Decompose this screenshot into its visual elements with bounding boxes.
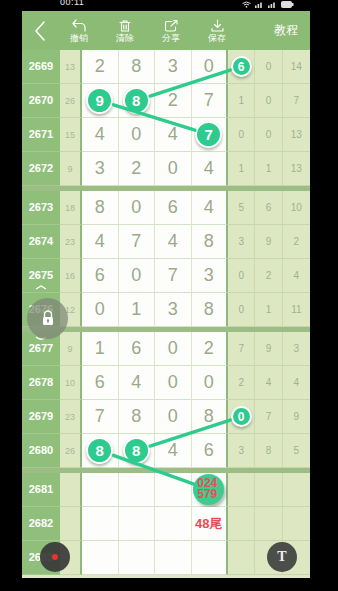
digit-cell[interactable]: 0: [119, 259, 156, 293]
stat-cell[interactable]: 4: [283, 259, 310, 293]
digit-cell[interactable]: 4: [155, 118, 192, 152]
stat-cell[interactable]: 10: [283, 191, 310, 225]
tutorial-button[interactable]: 教程: [274, 22, 298, 39]
circled-digit: 7: [195, 121, 222, 148]
circled-digit: 9: [86, 87, 113, 114]
digit-cell[interactable]: [119, 541, 156, 575]
save-button[interactable]: 保存: [194, 11, 240, 50]
digit-cell[interactable]: 2: [82, 50, 119, 84]
period-cell: 2670: [22, 84, 60, 118]
stat-cell[interactable]: 6: [255, 191, 282, 225]
circled-stat: 0: [231, 406, 252, 427]
stat-cell[interactable]: [228, 541, 255, 575]
battery-icon: [281, 1, 294, 8]
period-cell: 2675: [22, 259, 60, 293]
app-window: 撤销 清除 分享 保存 教程 2669132830601426702698271…: [22, 11, 310, 578]
digit-cell[interactable]: 0: [119, 191, 156, 225]
digit-cell[interactable]: [82, 507, 119, 541]
digit-cell[interactable]: 2: [119, 152, 156, 186]
grid-row: 2678106400244: [22, 366, 310, 400]
digit-cell[interactable]: 7: [192, 118, 229, 152]
stat-cell[interactable]: 11: [283, 293, 310, 327]
stat-cell[interactable]: 1: [255, 293, 282, 327]
status-icons: [242, 1, 294, 8]
stat-cell[interactable]: 9: [255, 332, 282, 366]
digit-cell[interactable]: 8: [192, 400, 229, 434]
undo-icon: [71, 19, 87, 33]
circled-stat: 6: [231, 56, 252, 77]
digit-cell[interactable]: 9: [82, 84, 119, 118]
stat-cell[interactable]: 4: [255, 366, 282, 400]
digit-cell[interactable]: 6: [192, 434, 229, 468]
share-button[interactable]: 分享: [148, 11, 194, 50]
digit-cell[interactable]: 0: [155, 400, 192, 434]
hits-cell: 15: [60, 118, 82, 152]
digit-cell[interactable]: 0: [119, 118, 156, 152]
stat-cell[interactable]: [228, 473, 255, 507]
phone-screen: 00:11 撤销 清除 分享: [0, 0, 338, 591]
digit-cell[interactable]: [155, 473, 192, 507]
digit-cell[interactable]: 0: [155, 332, 192, 366]
digit-cell[interactable]: 3: [82, 152, 119, 186]
stat-cell[interactable]: 0: [228, 259, 255, 293]
period-cell: 2671: [22, 118, 60, 152]
signal-icon: [268, 1, 277, 8]
digit-cell[interactable]: [155, 507, 192, 541]
stat-cell[interactable]: 5: [283, 434, 310, 468]
hits-cell: 23: [60, 225, 82, 259]
hits-cell: 16: [60, 259, 82, 293]
grid-row: 268248尾: [22, 507, 310, 541]
period-cell: 2669: [22, 50, 60, 84]
toolbar: 撤销 清除 分享 保存 教程: [22, 11, 310, 50]
hits-cell: [60, 473, 82, 507]
digit-cell[interactable]: 8: [82, 191, 119, 225]
text-tool-button[interactable]: T: [267, 542, 297, 572]
stat-cell[interactable]: 9: [283, 400, 310, 434]
digit-cell[interactable]: [119, 507, 156, 541]
save-label: 保存: [208, 34, 226, 43]
digit-cell[interactable]: 4: [119, 366, 156, 400]
digit-cell[interactable]: 8: [119, 84, 156, 118]
digit-cell[interactable]: 4: [82, 225, 119, 259]
stat-cell[interactable]: [255, 473, 282, 507]
share-icon: [164, 19, 179, 33]
digit-cell[interactable]: 3: [192, 259, 229, 293]
trash-icon: [118, 19, 132, 33]
stat-cell[interactable]: 7: [228, 332, 255, 366]
digit-cell[interactable]: 6: [155, 191, 192, 225]
stat-cell[interactable]: 5: [228, 191, 255, 225]
stat-cell[interactable]: 13: [283, 152, 310, 186]
stat-cell[interactable]: [283, 507, 310, 541]
grid-row: 26691328306014: [22, 50, 310, 84]
grid-row: 2672932041113: [22, 152, 310, 186]
digit-cell[interactable]: 6: [82, 366, 119, 400]
period-cell: 2673: [22, 191, 60, 225]
stat-cell[interactable]: 3: [228, 225, 255, 259]
stat-cell[interactable]: 1: [228, 152, 255, 186]
digit-cell[interactable]: 0: [155, 366, 192, 400]
digit-cell[interactable]: [155, 541, 192, 575]
digit-cell[interactable]: 6: [82, 259, 119, 293]
stat-cell[interactable]: 0: [255, 50, 282, 84]
stat-cell[interactable]: 2: [283, 225, 310, 259]
hits-cell: 26: [60, 434, 82, 468]
grid-row: 2681024579: [22, 473, 310, 507]
grid-row: 2670269827107: [22, 84, 310, 118]
status-time: 00:11: [60, 0, 84, 7]
digit-cell[interactable]: 8: [82, 434, 119, 468]
digit-cell[interactable]: 0: [82, 293, 119, 327]
period-cell: 2674: [22, 225, 60, 259]
stat-cell[interactable]: 0: [228, 293, 255, 327]
stat-cell[interactable]: 2: [255, 259, 282, 293]
hits-cell: 26: [60, 84, 82, 118]
stat-cell[interactable]: 14: [283, 50, 310, 84]
circled-digit: 8: [123, 87, 150, 114]
share-label: 分享: [162, 34, 180, 43]
hits-cell: [60, 507, 82, 541]
digit-cell[interactable]: 6: [119, 332, 156, 366]
period-cell: 2682: [22, 507, 60, 541]
digit-cell[interactable]: 7: [119, 225, 156, 259]
digit-cell[interactable]: 1: [82, 332, 119, 366]
stat-cell[interactable]: 3: [283, 332, 310, 366]
stat-cell[interactable]: 7: [255, 400, 282, 434]
period-cell: 2679: [22, 400, 60, 434]
period-cell: 2678: [22, 366, 60, 400]
stat-cell[interactable]: 8: [255, 434, 282, 468]
hits-cell: 10: [60, 366, 82, 400]
period-cell: 2680: [22, 434, 60, 468]
digit-cell[interactable]: 48尾: [192, 507, 229, 541]
hits-cell: 23: [60, 400, 82, 434]
circled-digit: 8: [123, 437, 150, 464]
stat-cell[interactable]: 6: [228, 50, 255, 84]
grid-row: 267791602793: [22, 332, 310, 366]
stat-cell[interactable]: 3: [228, 434, 255, 468]
digit-cell[interactable]: 0: [192, 366, 229, 400]
grid-row: 26731880645610: [22, 191, 310, 225]
digit-cell[interactable]: 2: [192, 332, 229, 366]
digit-cell[interactable]: 8: [192, 225, 229, 259]
lock-icon: [40, 310, 56, 327]
period-cell: 2672: [22, 152, 60, 186]
result-blob: 024579: [193, 474, 224, 505]
digit-cell[interactable]: 4: [192, 152, 229, 186]
digit-cell[interactable]: 7: [82, 400, 119, 434]
digit-cell[interactable]: [82, 541, 119, 575]
stat-cell[interactable]: 1: [228, 84, 255, 118]
record-dot-icon: [52, 554, 58, 560]
stat-cell[interactable]: 7: [283, 84, 310, 118]
digit-cell[interactable]: 3: [155, 50, 192, 84]
stat-cell[interactable]: [255, 507, 282, 541]
digit-cell[interactable]: 0: [155, 152, 192, 186]
digit-cell[interactable]: [119, 473, 156, 507]
digit-cell[interactable]: 8: [192, 293, 229, 327]
hits-cell: 9: [60, 152, 82, 186]
wifi-icon: [242, 1, 251, 8]
stat-cell[interactable]: 0: [228, 400, 255, 434]
digit-cell[interactable]: 4: [82, 118, 119, 152]
digit-cell[interactable]: [192, 541, 229, 575]
period-cell: 2681: [22, 473, 60, 507]
grid-row: 2675166073024: [22, 259, 310, 293]
grid-row: 2674234748392: [22, 225, 310, 259]
digit-cell[interactable]: 2: [155, 84, 192, 118]
undo-button[interactable]: 撤销: [56, 11, 102, 50]
digit-cell[interactable]: 8: [119, 50, 156, 84]
hits-cell: 18: [60, 191, 82, 225]
digit-cell[interactable]: 4: [192, 191, 229, 225]
tail-text: 48尾: [195, 515, 222, 533]
grid-row: 2679237808079: [22, 400, 310, 434]
result-numbers: 024579: [189, 478, 225, 500]
undo-label: 撤销: [70, 34, 88, 43]
save-icon: [210, 19, 225, 33]
digit-cell[interactable]: 3: [155, 293, 192, 327]
stat-cell[interactable]: 4: [283, 366, 310, 400]
digit-cell[interactable]: 7: [192, 84, 229, 118]
signal-icon: [255, 1, 264, 8]
stat-cell[interactable]: 1: [255, 152, 282, 186]
digit-cell[interactable]: 7: [155, 259, 192, 293]
clear-label: 清除: [116, 34, 134, 43]
stat-cell[interactable]: [283, 473, 310, 507]
grid-row: 2680268846385: [22, 434, 310, 468]
digit-cell[interactable]: 1: [119, 293, 156, 327]
lock-button[interactable]: [27, 298, 68, 339]
hits-cell: 13: [60, 50, 82, 84]
record-button[interactable]: [40, 542, 70, 572]
stat-cell[interactable]: 2: [228, 366, 255, 400]
stat-cell[interactable]: [228, 507, 255, 541]
stat-cell[interactable]: 0: [255, 118, 282, 152]
stat-cell[interactable]: 9: [255, 225, 282, 259]
circled-digit: 8: [86, 437, 113, 464]
digit-cell[interactable]: 4: [155, 434, 192, 468]
stat-cell[interactable]: 0: [228, 118, 255, 152]
stat-cell[interactable]: 0: [255, 84, 282, 118]
digit-cell[interactable]: 4: [155, 225, 192, 259]
stat-cell[interactable]: 13: [283, 118, 310, 152]
clear-button[interactable]: 清除: [102, 11, 148, 50]
hits-cell: 9: [60, 332, 82, 366]
digit-cell[interactable]: 024579: [192, 473, 229, 507]
digit-cell[interactable]: [82, 473, 119, 507]
grid-row: 26711540470013: [22, 118, 310, 152]
back-icon: [33, 20, 46, 42]
status-bar: 00:11: [0, 0, 338, 11]
digit-cell[interactable]: 8: [119, 434, 156, 468]
digit-cell[interactable]: 8: [119, 400, 156, 434]
back-button[interactable]: [22, 11, 56, 50]
digit-cell[interactable]: 0: [192, 50, 229, 84]
collapse-chevron-icon[interactable]: [35, 281, 47, 292]
